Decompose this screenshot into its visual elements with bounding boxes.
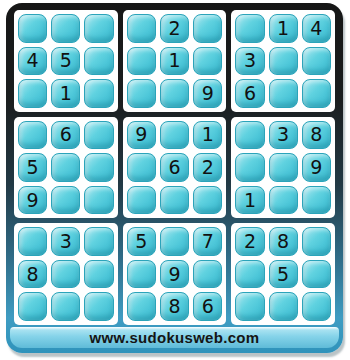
cell-r5c4[interactable] bbox=[127, 153, 156, 182]
cell-r5c5[interactable]: 6 bbox=[160, 153, 189, 182]
cell-r5c3[interactable] bbox=[84, 153, 113, 182]
cell-r1c7[interactable] bbox=[235, 14, 264, 43]
cell-r9c6[interactable]: 6 bbox=[193, 292, 222, 321]
cell-r3c5[interactable] bbox=[160, 79, 189, 108]
cell-r4c3[interactable] bbox=[84, 121, 113, 150]
cell-r7c4[interactable]: 5 bbox=[127, 227, 156, 256]
cell-r8c6[interactable] bbox=[193, 260, 222, 289]
cell-r1c2[interactable] bbox=[51, 14, 80, 43]
cell-r7c3[interactable] bbox=[84, 227, 113, 256]
board-frame: 451 219 1436 659 9162 3891 38 57986 285 … bbox=[6, 3, 343, 353]
cell-r6c1[interactable]: 9 bbox=[18, 186, 47, 215]
cell-r7c6[interactable]: 7 bbox=[193, 227, 222, 256]
cell-r4c1[interactable] bbox=[18, 121, 47, 150]
box-9: 285 bbox=[231, 223, 335, 325]
cell-r3c7[interactable]: 6 bbox=[235, 79, 264, 108]
cell-r5c6[interactable]: 2 bbox=[193, 153, 222, 182]
cell-r2c4[interactable] bbox=[127, 47, 156, 76]
cell-r4c9[interactable]: 8 bbox=[302, 121, 331, 150]
cell-r8c8[interactable]: 5 bbox=[269, 260, 298, 289]
site-url: www.sudokusweb.com bbox=[10, 327, 339, 348]
cell-r7c7[interactable]: 2 bbox=[235, 227, 264, 256]
cell-r5c8[interactable] bbox=[269, 153, 298, 182]
cell-r1c5[interactable]: 2 bbox=[160, 14, 189, 43]
cell-r6c4[interactable] bbox=[127, 186, 156, 215]
cell-r8c1[interactable]: 8 bbox=[18, 260, 47, 289]
cell-r8c9[interactable] bbox=[302, 260, 331, 289]
cell-r7c1[interactable] bbox=[18, 227, 47, 256]
cell-r3c9[interactable] bbox=[302, 79, 331, 108]
box-6: 3891 bbox=[231, 117, 335, 219]
cell-r6c2[interactable] bbox=[51, 186, 80, 215]
cell-r4c2[interactable]: 6 bbox=[51, 121, 80, 150]
cell-r3c1[interactable] bbox=[18, 79, 47, 108]
cell-r7c5[interactable] bbox=[160, 227, 189, 256]
cell-r8c7[interactable] bbox=[235, 260, 264, 289]
cell-r2c9[interactable] bbox=[302, 47, 331, 76]
cell-r7c2[interactable]: 3 bbox=[51, 227, 80, 256]
cell-r2c1[interactable]: 4 bbox=[18, 47, 47, 76]
cell-r2c6[interactable] bbox=[193, 47, 222, 76]
cell-r9c2[interactable] bbox=[51, 292, 80, 321]
cell-r2c8[interactable] bbox=[269, 47, 298, 76]
cell-r9c9[interactable] bbox=[302, 292, 331, 321]
cell-r6c8[interactable] bbox=[269, 186, 298, 215]
cell-r8c2[interactable] bbox=[51, 260, 80, 289]
sudoku-board: 451 219 1436 659 9162 3891 38 57986 285 bbox=[14, 10, 335, 325]
cell-r1c3[interactable] bbox=[84, 14, 113, 43]
cell-r1c1[interactable] bbox=[18, 14, 47, 43]
cell-r4c5[interactable] bbox=[160, 121, 189, 150]
cell-r6c6[interactable] bbox=[193, 186, 222, 215]
cell-r5c7[interactable] bbox=[235, 153, 264, 182]
cell-r9c3[interactable] bbox=[84, 292, 113, 321]
cell-r2c2[interactable]: 5 bbox=[51, 47, 80, 76]
cell-r1c9[interactable]: 4 bbox=[302, 14, 331, 43]
box-5: 9162 bbox=[123, 117, 227, 219]
cell-r3c6[interactable]: 9 bbox=[193, 79, 222, 108]
cell-r9c4[interactable] bbox=[127, 292, 156, 321]
cell-r4c6[interactable]: 1 bbox=[193, 121, 222, 150]
cell-r1c6[interactable] bbox=[193, 14, 222, 43]
cell-r2c5[interactable]: 1 bbox=[160, 47, 189, 76]
box-1: 451 bbox=[14, 10, 118, 112]
cell-r9c5[interactable]: 8 bbox=[160, 292, 189, 321]
box-3: 1436 bbox=[231, 10, 335, 112]
cell-r3c2[interactable]: 1 bbox=[51, 79, 80, 108]
cell-r2c3[interactable] bbox=[84, 47, 113, 76]
cell-r1c4[interactable] bbox=[127, 14, 156, 43]
cell-r6c7[interactable]: 1 bbox=[235, 186, 264, 215]
cell-r2c7[interactable]: 3 bbox=[235, 47, 264, 76]
cell-r4c7[interactable] bbox=[235, 121, 264, 150]
box-4: 659 bbox=[14, 117, 118, 219]
cell-r3c8[interactable] bbox=[269, 79, 298, 108]
box-7: 38 bbox=[14, 223, 118, 325]
cell-r9c1[interactable] bbox=[18, 292, 47, 321]
cell-r5c9[interactable]: 9 bbox=[302, 153, 331, 182]
cell-r6c9[interactable] bbox=[302, 186, 331, 215]
cell-r1c8[interactable]: 1 bbox=[269, 14, 298, 43]
cell-r9c7[interactable] bbox=[235, 292, 264, 321]
cell-r8c4[interactable] bbox=[127, 260, 156, 289]
cell-r3c3[interactable] bbox=[84, 79, 113, 108]
cell-r6c3[interactable] bbox=[84, 186, 113, 215]
cell-r7c8[interactable]: 8 bbox=[269, 227, 298, 256]
cell-r8c5[interactable]: 9 bbox=[160, 260, 189, 289]
cell-r4c8[interactable]: 3 bbox=[269, 121, 298, 150]
cell-r5c2[interactable] bbox=[51, 153, 80, 182]
box-2: 219 bbox=[123, 10, 227, 112]
box-8: 57986 bbox=[123, 223, 227, 325]
cell-r6c5[interactable] bbox=[160, 186, 189, 215]
cell-r5c1[interactable]: 5 bbox=[18, 153, 47, 182]
cell-r3c4[interactable] bbox=[127, 79, 156, 108]
cell-r7c9[interactable] bbox=[302, 227, 331, 256]
cell-r4c4[interactable]: 9 bbox=[127, 121, 156, 150]
cell-r8c3[interactable] bbox=[84, 260, 113, 289]
cell-r9c8[interactable] bbox=[269, 292, 298, 321]
